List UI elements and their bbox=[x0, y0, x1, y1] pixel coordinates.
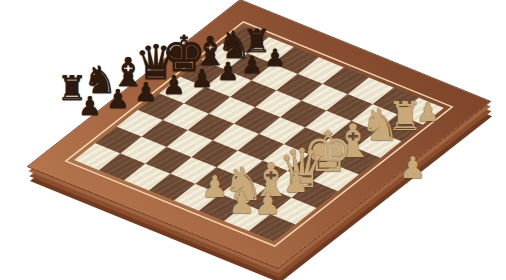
chess-piece-black-pawn[interactable]: ♟ bbox=[134, 79, 157, 105]
chess-piece-black-pawn[interactable]: ♟ bbox=[162, 72, 185, 98]
chess-piece-black-pawn[interactable]: ♟ bbox=[241, 53, 263, 77]
chess-piece-black-pawn[interactable]: ♟ bbox=[217, 59, 239, 84]
chess-piece-black-pawn[interactable]: ♟ bbox=[191, 66, 213, 91]
chess-piece-black-pawn[interactable]: ♟ bbox=[106, 86, 129, 112]
chess-piece-black-pawn[interactable]: ♟ bbox=[78, 93, 101, 119]
chess-piece-black-pawn[interactable]: ♟ bbox=[264, 46, 286, 70]
chess-piece-white-pawn[interactable]: ♟ bbox=[255, 189, 282, 219]
chess-piece-white-pawn[interactable]: ♟ bbox=[400, 153, 427, 183]
chess-set-photo: ♜♞♝♟♚♟♛♟♝♟♞♟♜♟♟♟♟♜♞♝♚♟♛♟♝♟♞♟♟ bbox=[0, 0, 506, 280]
chess-piece-white-pawn[interactable]: ♟ bbox=[229, 188, 256, 218]
